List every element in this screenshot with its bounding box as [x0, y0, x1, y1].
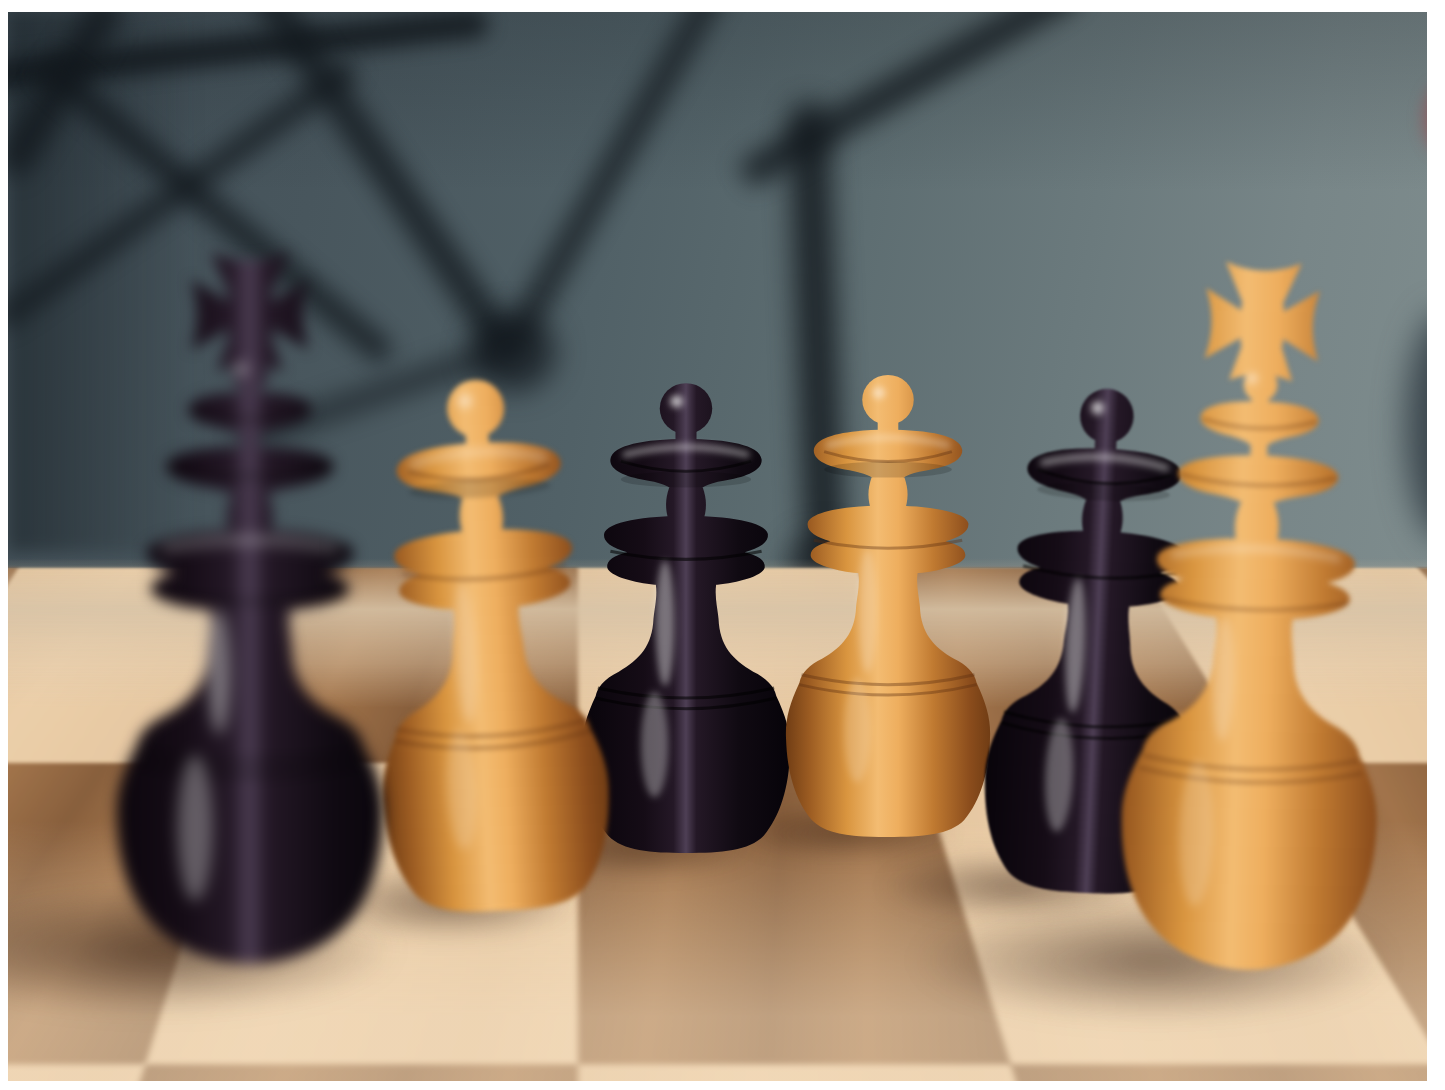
board-square — [1010, 1064, 1427, 1081]
chess-piece-white-king — [1087, 250, 1422, 984]
chess-piece-white-pawn-2 — [785, 360, 991, 838]
chess-piece-black-king — [85, 244, 415, 974]
chess-set-photo — [8, 12, 1427, 1081]
board-square — [8, 1064, 145, 1081]
chess-piece-black-pawn-1 — [581, 368, 791, 854]
photo-frame — [0, 0, 1445, 1090]
